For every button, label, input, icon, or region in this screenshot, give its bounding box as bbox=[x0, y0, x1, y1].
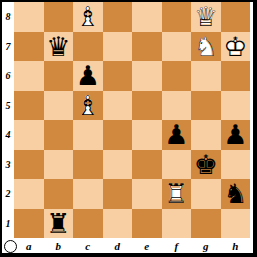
square-f1[interactable] bbox=[162, 209, 192, 239]
white-queen[interactable]: ♕ bbox=[191, 2, 221, 32]
square-e3[interactable] bbox=[132, 150, 162, 180]
white-king[interactable]: ♔ bbox=[221, 32, 251, 62]
square-a4[interactable] bbox=[14, 120, 44, 150]
square-b1[interactable]: ♜ bbox=[44, 209, 74, 239]
square-c7[interactable] bbox=[73, 32, 103, 62]
square-f5[interactable] bbox=[162, 91, 192, 121]
black-rook[interactable]: ♜ bbox=[44, 209, 74, 239]
white-bishop[interactable]: ♗ bbox=[73, 2, 103, 32]
square-f7[interactable] bbox=[162, 32, 192, 62]
file-label-a: a bbox=[14, 238, 44, 253]
square-b7[interactable]: ♛ bbox=[44, 32, 74, 62]
square-f8[interactable] bbox=[162, 2, 192, 32]
square-h6[interactable] bbox=[221, 61, 251, 91]
square-h8[interactable] bbox=[221, 2, 251, 32]
square-c1[interactable] bbox=[73, 209, 103, 239]
square-c6[interactable]: ♟ bbox=[73, 61, 103, 91]
square-c8[interactable]: ♝♗ bbox=[73, 2, 103, 32]
white-rook[interactable]: ♖ bbox=[162, 179, 192, 209]
square-b5[interactable] bbox=[44, 91, 74, 121]
square-c5[interactable]: ♝♗ bbox=[73, 91, 103, 121]
square-h4[interactable]: ♟ bbox=[221, 120, 251, 150]
square-e6[interactable] bbox=[132, 61, 162, 91]
square-a1[interactable] bbox=[14, 209, 44, 239]
white-bishop[interactable]: ♗ bbox=[73, 91, 103, 121]
file-label-d: d bbox=[103, 238, 133, 253]
rank-label-8: 8 bbox=[2, 2, 14, 32]
file-label-f: f bbox=[162, 238, 192, 253]
chess-diagram: 87654321 ♝♗♛♕♛♞♘♚♔♟♝♗♟♟♚♜♖♞♜ abcdefgh bbox=[0, 0, 257, 257]
square-b8[interactable] bbox=[44, 2, 74, 32]
square-a6[interactable] bbox=[14, 61, 44, 91]
file-label-g: g bbox=[191, 238, 221, 253]
square-g8[interactable]: ♛♕ bbox=[191, 2, 221, 32]
file-label-c: c bbox=[73, 238, 103, 253]
white-queen-fill: ♛ bbox=[191, 2, 221, 32]
square-h2[interactable]: ♞ bbox=[221, 179, 251, 209]
square-h3[interactable] bbox=[221, 150, 251, 180]
file-labels: abcdefgh bbox=[14, 238, 250, 253]
square-g1[interactable] bbox=[191, 209, 221, 239]
square-d7[interactable] bbox=[103, 32, 133, 62]
square-f3[interactable] bbox=[162, 150, 192, 180]
square-d8[interactable] bbox=[103, 2, 133, 32]
square-g7[interactable]: ♞♘ bbox=[191, 32, 221, 62]
square-h5[interactable] bbox=[221, 91, 251, 121]
rank-label-2: 2 bbox=[2, 179, 14, 209]
white-bishop-fill: ♝ bbox=[73, 2, 103, 32]
square-g3[interactable]: ♚ bbox=[191, 150, 221, 180]
square-e8[interactable] bbox=[132, 2, 162, 32]
square-e4[interactable] bbox=[132, 120, 162, 150]
square-b3[interactable] bbox=[44, 150, 74, 180]
black-king[interactable]: ♚ bbox=[191, 150, 221, 180]
white-bishop-fill: ♝ bbox=[73, 91, 103, 121]
square-d6[interactable] bbox=[103, 61, 133, 91]
square-h7[interactable]: ♚♔ bbox=[221, 32, 251, 62]
file-label-h: h bbox=[221, 238, 251, 253]
square-a2[interactable] bbox=[14, 179, 44, 209]
square-a3[interactable] bbox=[14, 150, 44, 180]
white-knight-fill: ♞ bbox=[191, 32, 221, 62]
square-e7[interactable] bbox=[132, 32, 162, 62]
square-c4[interactable] bbox=[73, 120, 103, 150]
black-pawn[interactable]: ♟ bbox=[73, 61, 103, 91]
square-d1[interactable] bbox=[103, 209, 133, 239]
black-pawn[interactable]: ♟ bbox=[162, 120, 192, 150]
black-queen[interactable]: ♛ bbox=[44, 32, 74, 62]
rank-label-6: 6 bbox=[2, 61, 14, 91]
square-e1[interactable] bbox=[132, 209, 162, 239]
square-g5[interactable] bbox=[191, 91, 221, 121]
square-f2[interactable]: ♜♖ bbox=[162, 179, 192, 209]
board: ♝♗♛♕♛♞♘♚♔♟♝♗♟♟♚♜♖♞♜ bbox=[14, 2, 250, 238]
square-d3[interactable] bbox=[103, 150, 133, 180]
file-label-b: b bbox=[44, 238, 74, 253]
square-d5[interactable] bbox=[103, 91, 133, 121]
rank-label-5: 5 bbox=[2, 91, 14, 121]
square-e5[interactable] bbox=[132, 91, 162, 121]
square-d4[interactable] bbox=[103, 120, 133, 150]
white-king-fill: ♚ bbox=[221, 32, 251, 62]
square-d2[interactable] bbox=[103, 179, 133, 209]
square-g2[interactable] bbox=[191, 179, 221, 209]
square-f4[interactable]: ♟ bbox=[162, 120, 192, 150]
square-b6[interactable] bbox=[44, 61, 74, 91]
square-a7[interactable] bbox=[14, 32, 44, 62]
rank-label-1: 1 bbox=[2, 209, 14, 239]
square-h1[interactable] bbox=[221, 209, 251, 239]
rank-labels: 87654321 bbox=[2, 2, 14, 238]
white-knight[interactable]: ♘ bbox=[191, 32, 221, 62]
square-a5[interactable] bbox=[14, 91, 44, 121]
rank-label-7: 7 bbox=[2, 32, 14, 62]
square-g4[interactable] bbox=[191, 120, 221, 150]
black-pawn[interactable]: ♟ bbox=[221, 120, 251, 150]
square-b2[interactable] bbox=[44, 179, 74, 209]
white-rook-fill: ♜ bbox=[162, 179, 192, 209]
square-a8[interactable] bbox=[14, 2, 44, 32]
square-g6[interactable] bbox=[191, 61, 221, 91]
file-label-e: e bbox=[132, 238, 162, 253]
white-to-move-indicator bbox=[4, 240, 17, 253]
rank-label-3: 3 bbox=[2, 150, 14, 180]
black-knight[interactable]: ♞ bbox=[221, 179, 251, 209]
square-b4[interactable] bbox=[44, 120, 74, 150]
square-c2[interactable] bbox=[73, 179, 103, 209]
rank-label-4: 4 bbox=[2, 120, 14, 150]
square-e2[interactable] bbox=[132, 179, 162, 209]
square-f6[interactable] bbox=[162, 61, 192, 91]
square-c3[interactable] bbox=[73, 150, 103, 180]
